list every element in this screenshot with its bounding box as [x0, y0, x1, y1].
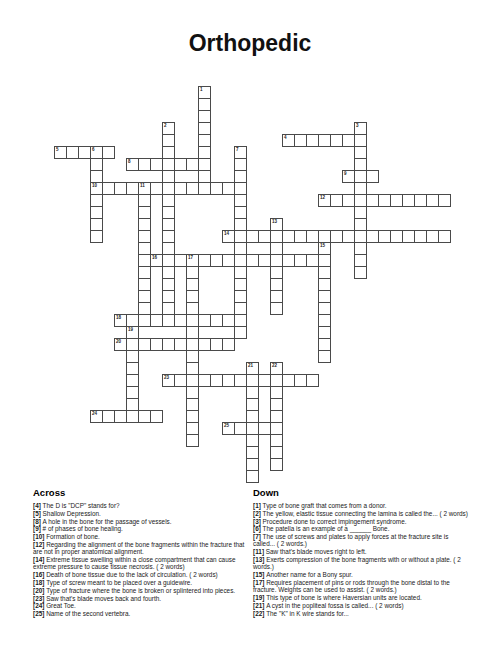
clue-item-number: [24] [33, 602, 46, 609]
clue-item-number: [4] [33, 502, 43, 509]
grid-cell[interactable] [102, 146, 115, 159]
grid-cell[interactable] [174, 314, 187, 327]
grid-cell[interactable] [318, 350, 331, 363]
clue-item-number: [8] [33, 518, 43, 525]
clue-item-number: [2] [253, 510, 263, 517]
grid-cell[interactable] [150, 158, 163, 171]
clue-item: [2] The yellow, elastic tissue connectin… [253, 510, 468, 517]
grid-cell[interactable] [306, 254, 319, 267]
grid-cell[interactable] [342, 194, 355, 207]
grid-cell[interactable] [438, 194, 451, 207]
grid-cell[interactable] [234, 374, 247, 387]
clue-item-number: [20] [33, 587, 46, 594]
clue-item: [18] Type of screw meant to be placed ov… [33, 579, 248, 586]
grid-cell[interactable] [270, 302, 283, 315]
grid-cell[interactable] [258, 374, 271, 387]
grid-cell[interactable]: 20 [114, 338, 127, 351]
grid-cell[interactable] [258, 422, 271, 435]
clue-number: 12 [320, 195, 325, 200]
clue-item: [21] A cyst in the popliteal fossa is ca… [253, 602, 468, 609]
clue-item: [7] The use of screws and plates to appl… [253, 533, 468, 548]
clue-item: [11] Saw that's blade moves right to lef… [253, 548, 468, 555]
clue-item-number: [18] [33, 579, 46, 586]
clue-item: [16] Death of bone tissue due to the lac… [33, 571, 248, 578]
grid-cell[interactable] [90, 230, 103, 243]
grid-cell[interactable] [342, 134, 355, 147]
clue-item-number: [11] [253, 548, 266, 555]
grid-cell[interactable] [342, 230, 355, 243]
clue-number: 13 [272, 219, 277, 224]
grid-cell[interactable] [234, 422, 247, 435]
clue-item-number: [16] [33, 571, 46, 578]
grid-cell[interactable] [222, 314, 235, 327]
clue-item: [23] Saw that's blade moves back and fou… [33, 595, 248, 602]
grid-cell[interactable] [246, 470, 259, 483]
grid-cell[interactable] [306, 374, 319, 387]
clue-number: 1 [200, 87, 203, 92]
grid-cell[interactable] [366, 170, 379, 183]
clue-item-number: [25] [33, 610, 46, 617]
clue-number: 16 [152, 255, 157, 260]
clue-item: [6] The patella is an example of a _____… [253, 525, 468, 532]
grid-cell[interactable] [186, 158, 199, 171]
clue-item-number: [1] [253, 502, 263, 509]
down-clue-list: [1] Type of bone graft that comes from a… [253, 502, 468, 617]
down-header: Down [253, 487, 468, 498]
clue-number: 7 [236, 147, 239, 152]
clue-item-number: [23] [33, 595, 46, 602]
clue-item: [17] Requires placement of pins or rods … [253, 579, 468, 594]
clue-number: 8 [128, 159, 131, 164]
clue-item-number: [19] [253, 594, 266, 601]
clue-item: [8] A hole in the bone for the passage o… [33, 518, 248, 525]
clue-item: [22] The "K" in K wire stands for... [253, 610, 468, 617]
clue-number: 15 [320, 243, 325, 248]
clue-item-number: [6] [253, 525, 263, 532]
clue-number: 19 [128, 327, 133, 332]
clue-number: 14 [224, 231, 229, 236]
clue-number: 3 [356, 123, 359, 128]
clue-number: 17 [188, 255, 193, 260]
clue-item-number: [21] [253, 602, 266, 609]
clue-item: [24] Great Toe. [33, 602, 248, 609]
clue-number: 21 [248, 363, 253, 368]
grid-cell[interactable] [258, 254, 271, 267]
grid-cell[interactable] [270, 458, 283, 471]
clue-number: 9 [344, 171, 347, 176]
grid-cell[interactable] [234, 326, 247, 339]
clue-item-number: [14] [33, 556, 46, 563]
clue-number: 23 [164, 375, 169, 380]
grid-cell[interactable]: 16 [150, 254, 163, 267]
clue-number: 4 [284, 135, 287, 140]
clue-item-number: [3] [253, 518, 263, 525]
clue-item: [10] Formation of bone. [33, 533, 248, 540]
crossword-grid: 1234561078911121314151617181920212223242… [0, 0, 500, 500]
clue-item: [4] The D is "DCP" stands for? [33, 502, 248, 509]
grid-cell[interactable] [114, 410, 127, 423]
grid-cell[interactable]: 14 [222, 230, 235, 243]
grid-cell[interactable] [150, 182, 163, 195]
clue-item: [25] Name of the second vertebra. [33, 610, 248, 617]
clue-number: 20 [116, 339, 121, 344]
clue-item: [20] Type of fracture where the bone is … [33, 587, 248, 594]
clue-number: 11 [140, 183, 145, 188]
clue-item: [1] Type of bone graft that comes from a… [253, 502, 468, 509]
grid-cell[interactable]: 9 [342, 170, 355, 183]
across-header: Across [33, 487, 248, 498]
clue-item-number: [22] [253, 610, 266, 617]
clue-number: 10 [92, 183, 97, 188]
clue-item-number: [13] [253, 556, 266, 563]
clue-item: [15] Another name for a Bony spur. [253, 571, 468, 578]
grid-cell[interactable] [222, 182, 235, 195]
clue-item-number: [10] [33, 533, 46, 540]
clue-item-number: [9] [33, 525, 43, 532]
grid-cell[interactable] [174, 374, 187, 387]
clue-item-number: [12] [33, 541, 46, 548]
clue-item-number: [15] [253, 571, 266, 578]
grid-cell[interactable] [258, 230, 271, 243]
clue-item-number: [7] [253, 533, 263, 540]
grid-cell[interactable] [222, 254, 235, 267]
grid-cell[interactable] [174, 338, 187, 351]
crossword-page: Orthopedic 12345610789111213141516171819… [0, 0, 500, 647]
clue-number: 6 [92, 147, 95, 152]
down-clue-column: Down [1] Type of bone graft that comes f… [253, 487, 468, 617]
clue-item: [3] Procedure done to correct impingemen… [253, 518, 468, 525]
clue-item-number: [5] [33, 510, 43, 517]
clue-item: [9] # of phases of bone healing. [33, 525, 248, 532]
grid-cell[interactable] [438, 230, 451, 243]
clue-number: 25 [224, 423, 229, 428]
clue-item: [5] Shallow Depression. [33, 510, 248, 517]
clue-number: 24 [92, 411, 97, 416]
clue-number: 5 [56, 147, 59, 152]
clue-item: [13] Exerts compression of the bone frag… [253, 556, 468, 571]
clue-number: 18 [116, 315, 121, 320]
across-clue-column: Across [4] The D is "DCP" stands for?[5]… [33, 487, 248, 618]
grid-cell[interactable] [222, 338, 235, 351]
clue-number: 2 [164, 123, 167, 128]
grid-cell[interactable] [150, 410, 163, 423]
grid-cell[interactable] [186, 434, 199, 447]
across-clue-list: [4] The D is "DCP" stands for?[5] Shallo… [33, 502, 248, 617]
clue-item: [14] Extreme tissue swelling within a cl… [33, 556, 248, 571]
clue-item-number: [17] [253, 579, 266, 586]
clue-number: 22 [272, 363, 277, 368]
clue-item: [12] Regarding the alignment of the bone… [33, 541, 248, 556]
grid-cell[interactable] [186, 182, 199, 195]
clue-item: [19] This type of bone is where Haversia… [253, 594, 468, 601]
grid-cell[interactable] [354, 266, 367, 279]
